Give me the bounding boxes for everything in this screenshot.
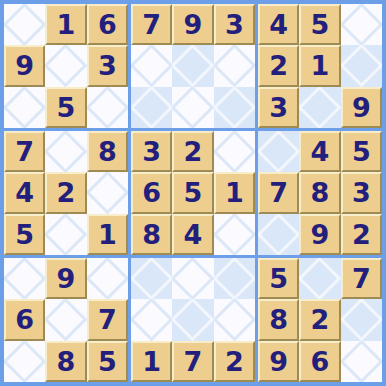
cell-r7c5[interactable] bbox=[172, 258, 213, 299]
cell-r5c4: 6 bbox=[131, 172, 172, 213]
cell-r9c8: 6 bbox=[299, 341, 340, 382]
diamond-icon bbox=[45, 299, 86, 340]
cell-r9c6: 2 bbox=[214, 341, 255, 382]
cell-r6c8: 9 bbox=[299, 214, 340, 255]
diamond-icon bbox=[131, 299, 172, 340]
cell-r5c3[interactable] bbox=[87, 172, 128, 213]
cell-r8c3: 7 bbox=[87, 299, 128, 340]
cell-r2c2[interactable] bbox=[45, 45, 86, 86]
cell-r4c1: 7 bbox=[4, 131, 45, 172]
cell-r4c2[interactable] bbox=[45, 131, 86, 172]
cell-r4c3: 8 bbox=[87, 131, 128, 172]
cell-r5c7: 7 bbox=[258, 172, 299, 213]
diamond-icon bbox=[4, 258, 45, 299]
cell-r5c9: 3 bbox=[341, 172, 382, 213]
cell-r2c5[interactable] bbox=[172, 45, 213, 86]
cell-r2c9[interactable] bbox=[341, 45, 382, 86]
cell-r9c1[interactable] bbox=[4, 341, 45, 382]
cell-r9c7: 9 bbox=[258, 341, 299, 382]
cell-r8c1: 6 bbox=[4, 299, 45, 340]
cell-r4c6[interactable] bbox=[214, 131, 255, 172]
diamond-icon bbox=[172, 299, 213, 340]
cell-r6c7[interactable] bbox=[258, 214, 299, 255]
box-2: 793 bbox=[131, 4, 255, 128]
cell-r7c4[interactable] bbox=[131, 258, 172, 299]
cell-r7c7: 5 bbox=[258, 258, 299, 299]
diamond-icon bbox=[341, 341, 382, 382]
cell-r3c7: 3 bbox=[258, 87, 299, 128]
cell-r6c6[interactable] bbox=[214, 214, 255, 255]
diamond-icon bbox=[299, 87, 340, 128]
box-3: 452139 bbox=[258, 4, 382, 128]
cell-r1c5: 9 bbox=[172, 4, 213, 45]
cell-r8c5[interactable] bbox=[172, 299, 213, 340]
cell-r9c5: 7 bbox=[172, 341, 213, 382]
cell-r3c1[interactable] bbox=[4, 87, 45, 128]
diamond-icon bbox=[258, 131, 299, 172]
cell-r5c6: 1 bbox=[214, 172, 255, 213]
box-7: 96785 bbox=[4, 258, 128, 382]
cell-r3c2: 5 bbox=[45, 87, 86, 128]
cell-r1c3: 6 bbox=[87, 4, 128, 45]
cell-r5c2: 2 bbox=[45, 172, 86, 213]
cell-r2c1: 9 bbox=[4, 45, 45, 86]
cell-r8c7: 8 bbox=[258, 299, 299, 340]
cell-r3c9: 9 bbox=[341, 87, 382, 128]
box-6: 4578392 bbox=[258, 131, 382, 255]
box-4: 784251 bbox=[4, 131, 128, 255]
cell-r3c8[interactable] bbox=[299, 87, 340, 128]
cell-r1c1[interactable] bbox=[4, 4, 45, 45]
cell-r1c4: 7 bbox=[131, 4, 172, 45]
diamond-icon bbox=[214, 87, 255, 128]
diamond-icon bbox=[214, 45, 255, 86]
cell-r2c7: 2 bbox=[258, 45, 299, 86]
cell-r7c8[interactable] bbox=[299, 258, 340, 299]
diamond-icon bbox=[172, 45, 213, 86]
diamond-icon bbox=[45, 214, 86, 255]
cell-r1c2: 1 bbox=[45, 4, 86, 45]
cell-r6c5: 4 bbox=[172, 214, 213, 255]
diamond-icon bbox=[4, 341, 45, 382]
diamond-icon bbox=[4, 4, 45, 45]
cell-r4c8: 4 bbox=[299, 131, 340, 172]
diamond-icon bbox=[214, 131, 255, 172]
cell-r9c3: 5 bbox=[87, 341, 128, 382]
diamond-icon bbox=[172, 258, 213, 299]
cell-r2c3: 3 bbox=[87, 45, 128, 86]
cell-r7c2: 9 bbox=[45, 258, 86, 299]
cell-r3c6[interactable] bbox=[214, 87, 255, 128]
diamond-icon bbox=[214, 258, 255, 299]
cell-r4c7[interactable] bbox=[258, 131, 299, 172]
cell-r6c4: 8 bbox=[131, 214, 172, 255]
cell-r7c6[interactable] bbox=[214, 258, 255, 299]
cell-r6c9: 2 bbox=[341, 214, 382, 255]
diamond-icon bbox=[131, 45, 172, 86]
diamond-icon bbox=[87, 258, 128, 299]
diamond-icon bbox=[87, 87, 128, 128]
box-1: 16935 bbox=[4, 4, 128, 128]
cell-r3c3[interactable] bbox=[87, 87, 128, 128]
cell-r1c6: 3 bbox=[214, 4, 255, 45]
diamond-icon bbox=[341, 4, 382, 45]
cell-r6c3: 1 bbox=[87, 214, 128, 255]
cell-r4c5: 2 bbox=[172, 131, 213, 172]
diamond-icon bbox=[341, 299, 382, 340]
cell-r8c8: 2 bbox=[299, 299, 340, 340]
diamond-icon bbox=[131, 258, 172, 299]
diamond-icon bbox=[45, 45, 86, 86]
diamond-icon bbox=[214, 299, 255, 340]
diamond-icon bbox=[4, 87, 45, 128]
cell-r2c6[interactable] bbox=[214, 45, 255, 86]
cell-r5c5: 5 bbox=[172, 172, 213, 213]
sudoku-board: 1693579345213978425132651844578392967851… bbox=[0, 0, 386, 386]
cell-r4c9: 5 bbox=[341, 131, 382, 172]
cell-r1c9[interactable] bbox=[341, 4, 382, 45]
cell-r6c2[interactable] bbox=[45, 214, 86, 255]
box-5: 3265184 bbox=[131, 131, 255, 255]
cell-r8c6[interactable] bbox=[214, 299, 255, 340]
cell-r5c8: 8 bbox=[299, 172, 340, 213]
box-8: 172 bbox=[131, 258, 255, 382]
cell-r2c4[interactable] bbox=[131, 45, 172, 86]
cell-r3c4[interactable] bbox=[131, 87, 172, 128]
diamond-icon bbox=[172, 87, 213, 128]
diamond-icon bbox=[214, 214, 255, 255]
cell-r1c8: 5 bbox=[299, 4, 340, 45]
cell-r3c5[interactable] bbox=[172, 87, 213, 128]
cell-r6c1: 5 bbox=[4, 214, 45, 255]
cell-r2c8: 1 bbox=[299, 45, 340, 86]
cell-r7c9: 7 bbox=[341, 258, 382, 299]
cell-r4c4: 3 bbox=[131, 131, 172, 172]
diamond-icon bbox=[45, 131, 86, 172]
cell-r7c3[interactable] bbox=[87, 258, 128, 299]
diamond-icon bbox=[87, 172, 128, 213]
cell-r9c4: 1 bbox=[131, 341, 172, 382]
diamond-icon bbox=[341, 45, 382, 86]
box-9: 578296 bbox=[258, 258, 382, 382]
cell-r1c7: 4 bbox=[258, 4, 299, 45]
cell-r8c2[interactable] bbox=[45, 299, 86, 340]
diamond-icon bbox=[131, 87, 172, 128]
diamond-icon bbox=[299, 258, 340, 299]
cell-r7c1[interactable] bbox=[4, 258, 45, 299]
cell-r9c2: 8 bbox=[45, 341, 86, 382]
cell-r5c1: 4 bbox=[4, 172, 45, 213]
cell-r8c4[interactable] bbox=[131, 299, 172, 340]
diamond-icon bbox=[258, 214, 299, 255]
cell-r9c9[interactable] bbox=[341, 341, 382, 382]
cell-r8c9[interactable] bbox=[341, 299, 382, 340]
